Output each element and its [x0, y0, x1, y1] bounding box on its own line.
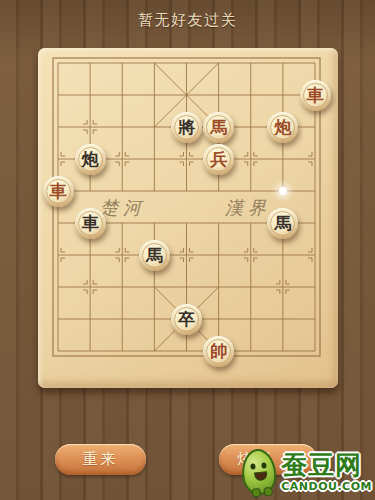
piece-label: 帥	[210, 343, 227, 360]
piece-black-horse[interactable]: 馬	[267, 208, 298, 239]
watermark: 蚕豆网 CANDOU.COM	[239, 447, 372, 493]
mascot-eye	[250, 463, 256, 469]
piece-red-general[interactable]: 帥	[203, 336, 234, 367]
piece-red-chariot[interactable]: 車	[43, 176, 74, 207]
move-indicator-dot	[279, 187, 287, 195]
piece-label: 車	[82, 215, 99, 232]
piece-black-cannon[interactable]: 炮	[75, 144, 106, 175]
page-title: 暂无好友过关	[0, 11, 375, 30]
piece-black-soldier[interactable]: 卒	[171, 304, 202, 335]
piece-black-general[interactable]: 將	[171, 112, 202, 143]
piece-label: 兵	[210, 151, 227, 168]
piece-black-chariot[interactable]: 車	[75, 208, 106, 239]
piece-red-chariot[interactable]: 車	[300, 80, 331, 111]
river-label-left: 楚河	[100, 196, 146, 220]
watermark-site-name: 蚕豆网	[281, 452, 362, 478]
river-label-right: 漢界	[225, 196, 271, 220]
xiangqi-board[interactable]: 楚河 漢界 車將馬炮炮兵車車馬馬卒帥	[38, 48, 338, 388]
piece-label: 將	[178, 119, 195, 136]
bean-mascot-icon	[239, 447, 279, 495]
game-screen: 暂无好友过关 楚河 漢界 車將馬炮炮兵車車馬馬卒帥 重来 炫耀 蚕豆网 CAND…	[0, 0, 375, 500]
mascot-eye	[261, 462, 267, 468]
piece-label: 炮	[82, 151, 99, 168]
piece-label: 馬	[146, 247, 163, 264]
piece-red-horse[interactable]: 馬	[203, 112, 234, 143]
piece-red-cannon[interactable]: 炮	[267, 112, 298, 143]
piece-label: 炮	[274, 119, 291, 136]
restart-button[interactable]: 重来	[55, 444, 146, 475]
piece-label: 車	[307, 87, 324, 104]
piece-black-horse[interactable]: 馬	[139, 240, 170, 271]
piece-label: 馬	[274, 215, 291, 232]
watermark-site-url: CANDOU.COM	[281, 480, 372, 493]
piece-label: 車	[50, 183, 67, 200]
mascot-mouth	[254, 471, 268, 481]
piece-label: 馬	[210, 119, 227, 136]
piece-red-soldier[interactable]: 兵	[203, 144, 234, 175]
piece-label: 卒	[178, 311, 195, 328]
